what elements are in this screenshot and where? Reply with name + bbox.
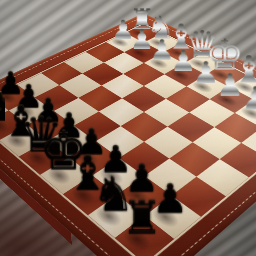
chess-board: ♜♞♝♛♚♝♞♜♟♟♟♟♟♟♟♟♟♟♟♟♟♟♟♟♜♞♝♛♚♝♞♜ <box>0 13 256 256</box>
piece-wP[interactable]: ♟ <box>242 82 256 114</box>
board-squares: ♜♞♝♛♚♝♞♜♟♟♟♟♟♟♟♟♟♟♟♟♟♟♟♟♜♞♝♛♚♝♞♜ <box>0 24 256 256</box>
screenshot-root: ♜♞♝♛♚♝♞♜♟♟♟♟♟♟♟♟♟♟♟♟♟♟♟♟♜♞♝♛♚♝♞♜ <box>0 0 256 256</box>
board-frame: ♜♞♝♛♚♝♞♜♟♟♟♟♟♟♟♟♟♟♟♟♟♟♟♟♜♞♝♛♚♝♞♜ <box>0 13 256 256</box>
piece-wP[interactable]: ♟ <box>216 69 244 100</box>
piece-bR[interactable]: ♜ <box>122 195 163 241</box>
scene: ♜♞♝♛♚♝♞♜♟♟♟♟♟♟♟♟♟♟♟♟♟♟♟♟♜♞♝♛♚♝♞♜ <box>0 0 256 256</box>
